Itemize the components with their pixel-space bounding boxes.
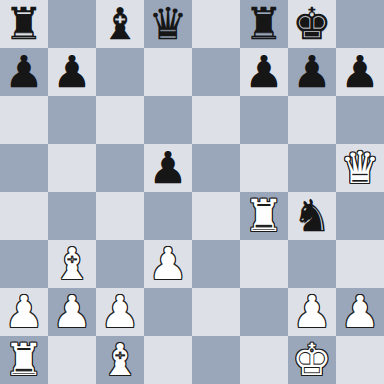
- square-c1[interactable]: ♝: [96, 336, 144, 384]
- square-h1[interactable]: [336, 336, 384, 384]
- square-b8[interactable]: [48, 0, 96, 48]
- piece-black-knight[interactable]: ♞: [292, 192, 331, 240]
- piece-black-pawn[interactable]: ♟: [244, 48, 283, 96]
- square-b1[interactable]: [48, 336, 96, 384]
- square-d5[interactable]: ♟: [144, 144, 192, 192]
- square-c8[interactable]: ♝: [96, 0, 144, 48]
- piece-black-king[interactable]: ♚: [292, 0, 331, 48]
- piece-white-pawn[interactable]: ♟: [340, 288, 379, 336]
- square-f7[interactable]: ♟: [240, 48, 288, 96]
- square-c4[interactable]: [96, 192, 144, 240]
- square-g3[interactable]: [288, 240, 336, 288]
- square-g1[interactable]: ♚: [288, 336, 336, 384]
- piece-black-rook[interactable]: ♜: [4, 0, 43, 48]
- square-g4[interactable]: ♞: [288, 192, 336, 240]
- square-c5[interactable]: [96, 144, 144, 192]
- piece-black-pawn[interactable]: ♟: [4, 48, 43, 96]
- piece-white-pawn[interactable]: ♟: [52, 288, 91, 336]
- square-e2[interactable]: [192, 288, 240, 336]
- square-b3[interactable]: ♝: [48, 240, 96, 288]
- square-b6[interactable]: [48, 96, 96, 144]
- chess-board: ♜♝♛♜♚♟♟♟♟♟♟♛♜♞♝♟♟♟♟♟♟♜♝♚: [0, 0, 384, 384]
- square-h2[interactable]: ♟: [336, 288, 384, 336]
- piece-black-bishop[interactable]: ♝: [100, 0, 139, 48]
- piece-black-pawn[interactable]: ♟: [148, 144, 187, 192]
- square-a3[interactable]: [0, 240, 48, 288]
- square-c6[interactable]: [96, 96, 144, 144]
- square-d2[interactable]: [144, 288, 192, 336]
- piece-white-pawn[interactable]: ♟: [148, 240, 187, 288]
- square-f4[interactable]: ♜: [240, 192, 288, 240]
- square-e7[interactable]: [192, 48, 240, 96]
- square-d8[interactable]: ♛: [144, 0, 192, 48]
- piece-white-queen[interactable]: ♛: [340, 144, 379, 192]
- piece-white-pawn[interactable]: ♟: [100, 288, 139, 336]
- square-b5[interactable]: [48, 144, 96, 192]
- square-f8[interactable]: ♜: [240, 0, 288, 48]
- square-c3[interactable]: [96, 240, 144, 288]
- piece-white-pawn[interactable]: ♟: [4, 288, 43, 336]
- square-e8[interactable]: [192, 0, 240, 48]
- square-g7[interactable]: ♟: [288, 48, 336, 96]
- square-f5[interactable]: [240, 144, 288, 192]
- square-f1[interactable]: [240, 336, 288, 384]
- piece-black-pawn[interactable]: ♟: [52, 48, 91, 96]
- piece-white-pawn[interactable]: ♟: [292, 288, 331, 336]
- square-e4[interactable]: [192, 192, 240, 240]
- piece-white-rook[interactable]: ♜: [244, 192, 283, 240]
- piece-black-queen[interactable]: ♛: [148, 0, 187, 48]
- square-f6[interactable]: [240, 96, 288, 144]
- square-f2[interactable]: [240, 288, 288, 336]
- square-h4[interactable]: [336, 192, 384, 240]
- square-a1[interactable]: ♜: [0, 336, 48, 384]
- square-b7[interactable]: ♟: [48, 48, 96, 96]
- square-b2[interactable]: ♟: [48, 288, 96, 336]
- square-d1[interactable]: [144, 336, 192, 384]
- piece-white-king[interactable]: ♚: [292, 336, 331, 384]
- square-e3[interactable]: [192, 240, 240, 288]
- square-e1[interactable]: [192, 336, 240, 384]
- square-a7[interactable]: ♟: [0, 48, 48, 96]
- square-a6[interactable]: [0, 96, 48, 144]
- piece-black-pawn[interactable]: ♟: [292, 48, 331, 96]
- square-c7[interactable]: [96, 48, 144, 96]
- square-e5[interactable]: [192, 144, 240, 192]
- square-g8[interactable]: ♚: [288, 0, 336, 48]
- piece-black-rook[interactable]: ♜: [244, 0, 283, 48]
- square-d3[interactable]: ♟: [144, 240, 192, 288]
- piece-white-bishop[interactable]: ♝: [52, 240, 91, 288]
- square-a4[interactable]: [0, 192, 48, 240]
- piece-white-bishop[interactable]: ♝: [100, 336, 139, 384]
- square-c2[interactable]: ♟: [96, 288, 144, 336]
- square-h3[interactable]: [336, 240, 384, 288]
- square-a8[interactable]: ♜: [0, 0, 48, 48]
- square-d4[interactable]: [144, 192, 192, 240]
- square-g6[interactable]: [288, 96, 336, 144]
- square-a2[interactable]: ♟: [0, 288, 48, 336]
- square-h5[interactable]: ♛: [336, 144, 384, 192]
- square-h8[interactable]: [336, 0, 384, 48]
- piece-black-pawn[interactable]: ♟: [340, 48, 379, 96]
- piece-white-rook[interactable]: ♜: [4, 336, 43, 384]
- square-d6[interactable]: [144, 96, 192, 144]
- square-f3[interactable]: [240, 240, 288, 288]
- square-h6[interactable]: [336, 96, 384, 144]
- square-d7[interactable]: [144, 48, 192, 96]
- square-a5[interactable]: [0, 144, 48, 192]
- square-g2[interactable]: ♟: [288, 288, 336, 336]
- square-g5[interactable]: [288, 144, 336, 192]
- square-e6[interactable]: [192, 96, 240, 144]
- square-b4[interactable]: [48, 192, 96, 240]
- square-h7[interactable]: ♟: [336, 48, 384, 96]
